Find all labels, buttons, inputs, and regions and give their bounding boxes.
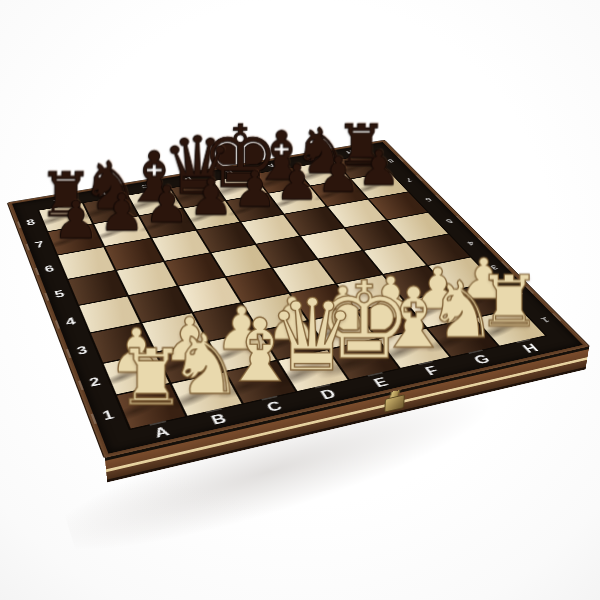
- product-photo: 8AA87BB76CC65DD54EE43FF32GG21HH1 ♜♞♝♛♚♝♞…: [0, 0, 600, 600]
- brass-clasp: [380, 381, 409, 417]
- clasp-plate: [384, 394, 405, 412]
